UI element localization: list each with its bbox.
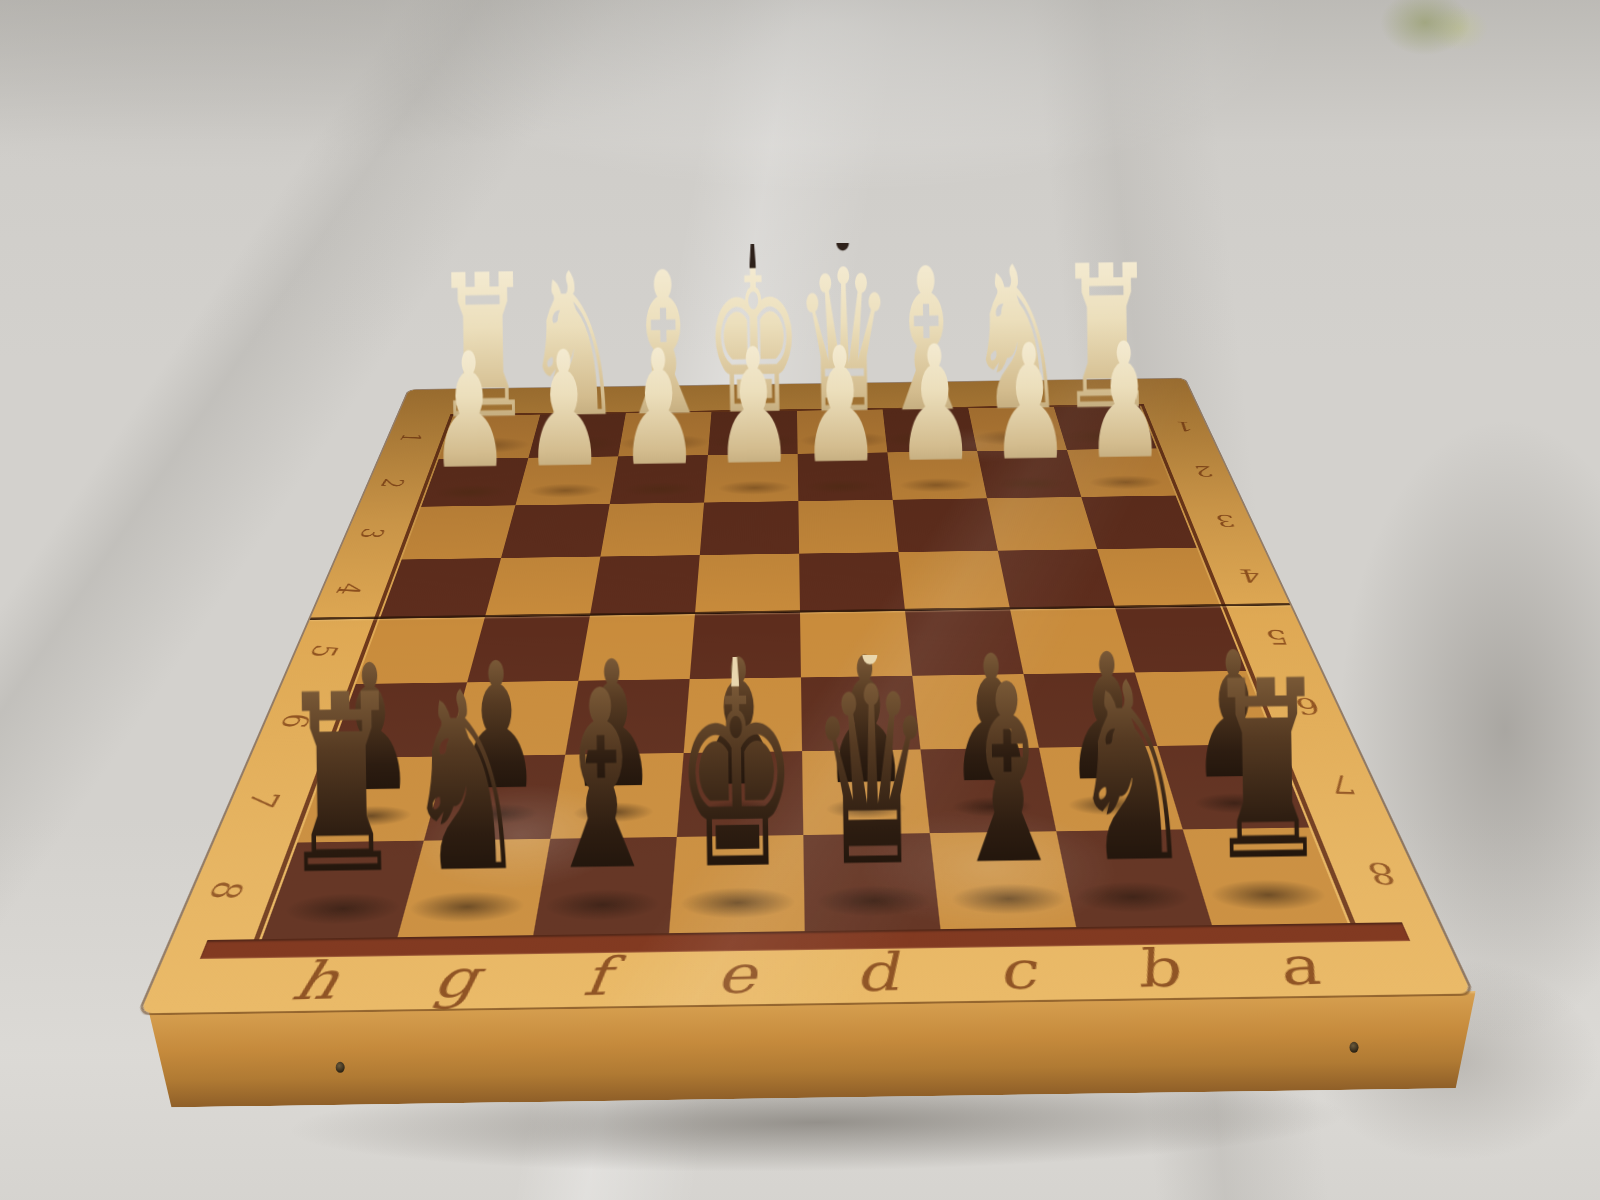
square-e4[interactable] xyxy=(695,554,800,614)
square-h3[interactable] xyxy=(402,505,516,559)
square-a2[interactable] xyxy=(1067,448,1176,497)
piece-black-knight-b8[interactable]: ♞ xyxy=(1068,650,1194,898)
square-h2[interactable] xyxy=(421,458,528,507)
queen-ball-finial-icon xyxy=(836,233,848,250)
piece-black-queen-d8[interactable]: ♛ xyxy=(808,654,934,902)
piece-black-bishop-f8[interactable]: ♝ xyxy=(537,658,663,906)
rank-label-left-8: 8 xyxy=(198,879,254,901)
rank-label-right-2: 2 xyxy=(1192,462,1216,479)
piece-black-rook-a8[interactable]: ♜ xyxy=(1203,648,1329,896)
rank-label-right-1: 1 xyxy=(1173,418,1195,434)
square-g4[interactable] xyxy=(485,557,600,617)
file-label-c: c xyxy=(991,940,1039,1001)
file-label-d: d xyxy=(852,942,900,1004)
square-c2[interactable] xyxy=(887,451,987,500)
square-b4[interactable] xyxy=(998,549,1115,609)
square-c1[interactable] xyxy=(883,408,978,452)
square-g2[interactable] xyxy=(515,456,618,505)
photo-background: hgfedcba1122334455667788 ♜♞♝♚♛♝♞♜♟♟♟♟♟♟♟… xyxy=(0,0,1600,1200)
rank-label-left-4: 4 xyxy=(328,582,371,595)
square-g1[interactable] xyxy=(528,413,625,457)
square-d3[interactable] xyxy=(798,500,898,554)
square-c4[interactable] xyxy=(898,551,1009,611)
square-e1[interactable] xyxy=(708,411,798,455)
file-label-g: g xyxy=(428,949,483,1011)
square-f1[interactable] xyxy=(618,412,711,456)
square-d4[interactable] xyxy=(799,552,905,612)
rank-label-right-4: 4 xyxy=(1236,565,1263,586)
board-3d: hgfedcba1122334455667788 ♜♞♝♚♛♝♞♜♟♟♟♟♟♟♟… xyxy=(140,378,1472,1013)
square-b3[interactable] xyxy=(987,497,1097,551)
square-c3[interactable] xyxy=(893,498,998,552)
rank-label-left-1: 1 xyxy=(393,433,429,443)
square-f3[interactable] xyxy=(600,503,704,557)
rank-label-right-3: 3 xyxy=(1213,511,1238,530)
square-f4[interactable] xyxy=(590,555,700,615)
piece-black-king-e8[interactable]: ♚ xyxy=(673,656,799,904)
board-perspective-wrapper: hgfedcba1122334455667788 ♜♞♝♚♛♝♞♜♟♟♟♟♟♟♟… xyxy=(303,115,1297,1109)
square-a1[interactable] xyxy=(1054,406,1157,450)
file-label-h: h xyxy=(285,951,346,1013)
file-label-a: a xyxy=(1264,936,1326,997)
file-label-b: b xyxy=(1126,938,1185,999)
square-g3[interactable] xyxy=(501,504,610,558)
square-e3[interactable] xyxy=(700,501,799,555)
square-b1[interactable] xyxy=(968,407,1067,451)
file-label-e: e xyxy=(715,945,755,1007)
king-spike-finial-icon xyxy=(748,217,755,268)
piece-black-rook-h8[interactable]: ♜ xyxy=(278,662,404,910)
square-h4[interactable] xyxy=(380,558,501,618)
rank-label-left-3: 3 xyxy=(352,527,392,539)
square-d1[interactable] xyxy=(797,409,887,453)
file-label-f: f xyxy=(580,947,611,1008)
square-b2[interactable] xyxy=(977,450,1081,499)
square-a3[interactable] xyxy=(1081,496,1196,550)
board-scene: hgfedcba1122334455667788 ♜♞♝♚♛♝♞♜♟♟♟♟♟♟♟… xyxy=(0,0,1600,1200)
piece-black-bishop-c8[interactable]: ♝ xyxy=(944,652,1070,900)
square-f2[interactable] xyxy=(610,455,708,504)
rank-label-left-2: 2 xyxy=(373,477,411,488)
piece-black-knight-g8[interactable]: ♞ xyxy=(402,660,528,908)
square-h1[interactable] xyxy=(439,415,541,460)
nail-icon xyxy=(1349,1041,1358,1052)
near-inlay-band xyxy=(200,922,1411,959)
square-d2[interactable] xyxy=(798,452,893,501)
queen-ball-finial-icon xyxy=(862,642,877,663)
rank-label-right-8: 8 xyxy=(1362,855,1401,890)
square-e2[interactable] xyxy=(704,454,798,503)
rank-label-right-7: 7 xyxy=(1325,769,1360,800)
